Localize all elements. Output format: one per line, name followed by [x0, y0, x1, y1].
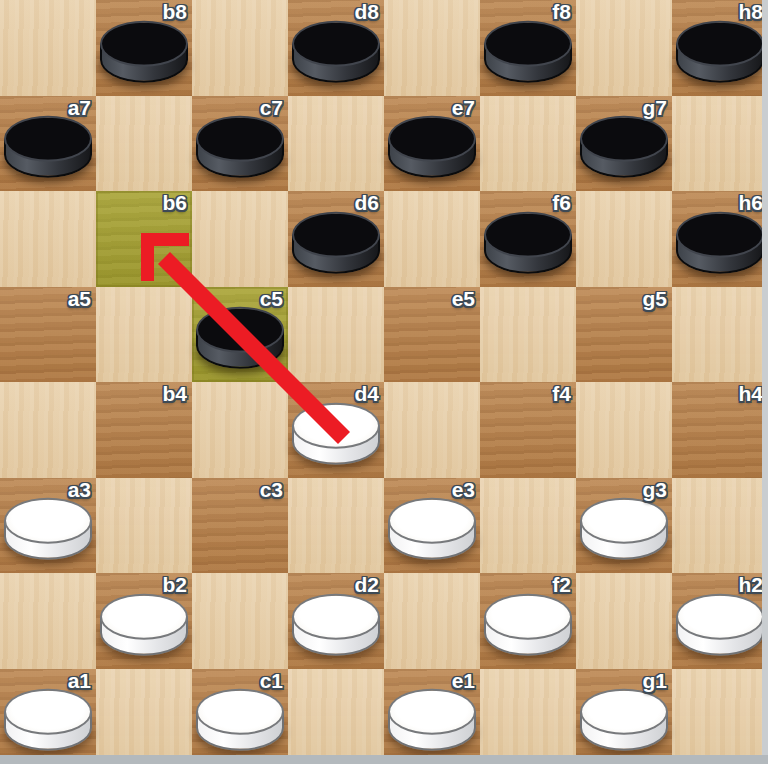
- piece-top: [292, 593, 380, 639]
- square-label-h4: h4: [738, 382, 763, 406]
- square-b1[interactable]: [96, 669, 192, 764]
- white-piece-g3[interactable]: [580, 498, 668, 560]
- black-piece-h6[interactable]: [676, 211, 764, 273]
- white-piece-e1[interactable]: [388, 689, 476, 751]
- square-f2[interactable]: f2: [480, 573, 576, 669]
- black-piece-b8[interactable]: [100, 20, 188, 82]
- square-a3[interactable]: a3: [0, 478, 96, 574]
- square-b4[interactable]: b4: [96, 382, 192, 478]
- square-label-c3: c3: [260, 478, 283, 502]
- square-b8[interactable]: b8: [96, 0, 192, 96]
- square-a8[interactable]: [0, 0, 96, 96]
- square-h7[interactable]: [672, 96, 768, 192]
- square-e5[interactable]: e5: [384, 287, 480, 383]
- piece-top: [292, 402, 380, 448]
- square-d5[interactable]: [288, 287, 384, 383]
- square-g3[interactable]: g3: [576, 478, 672, 574]
- square-c6[interactable]: [192, 191, 288, 287]
- black-piece-g7[interactable]: [580, 116, 668, 178]
- black-piece-e7[interactable]: [388, 116, 476, 178]
- square-e1[interactable]: e1: [384, 669, 480, 764]
- square-c5[interactable]: c5: [192, 287, 288, 383]
- square-a1[interactable]: a1: [0, 669, 96, 764]
- square-g4[interactable]: [576, 382, 672, 478]
- piece-top: [4, 689, 92, 735]
- square-e8[interactable]: [384, 0, 480, 96]
- square-d7[interactable]: [288, 96, 384, 192]
- square-label-b4: b4: [162, 382, 187, 406]
- checkers-board: b8d8f8h8a7c7e7g7b6d6f6h6a5c5e5g5b4d4f4h4…: [0, 0, 768, 764]
- square-h8[interactable]: h8: [672, 0, 768, 96]
- square-label-g5: g5: [642, 287, 667, 311]
- square-c1[interactable]: c1: [192, 669, 288, 764]
- square-f8[interactable]: f8: [480, 0, 576, 96]
- black-piece-f8[interactable]: [484, 20, 572, 82]
- white-piece-a3[interactable]: [4, 498, 92, 560]
- square-d6[interactable]: d6: [288, 191, 384, 287]
- square-h3[interactable]: [672, 478, 768, 574]
- square-g6[interactable]: [576, 191, 672, 287]
- square-f5[interactable]: [480, 287, 576, 383]
- square-f7[interactable]: [480, 96, 576, 192]
- piece-top: [580, 689, 668, 735]
- piece-top: [388, 498, 476, 544]
- black-piece-f6[interactable]: [484, 211, 572, 273]
- white-piece-h2[interactable]: [676, 593, 764, 655]
- square-b2[interactable]: b2: [96, 573, 192, 669]
- square-a2[interactable]: [0, 573, 96, 669]
- square-h2[interactable]: h2: [672, 573, 768, 669]
- white-piece-c1[interactable]: [196, 689, 284, 751]
- square-d8[interactable]: d8: [288, 0, 384, 96]
- square-e6[interactable]: [384, 191, 480, 287]
- square-a6[interactable]: [0, 191, 96, 287]
- square-d1[interactable]: [288, 669, 384, 764]
- square-g8[interactable]: [576, 0, 672, 96]
- square-c7[interactable]: c7: [192, 96, 288, 192]
- square-g1[interactable]: g1: [576, 669, 672, 764]
- white-piece-e3[interactable]: [388, 498, 476, 560]
- square-f4[interactable]: f4: [480, 382, 576, 478]
- white-piece-a1[interactable]: [4, 689, 92, 751]
- white-piece-b2[interactable]: [100, 593, 188, 655]
- piece-top: [196, 116, 284, 162]
- square-e2[interactable]: [384, 573, 480, 669]
- square-label-e5: e5: [452, 287, 475, 311]
- black-piece-d6[interactable]: [292, 211, 380, 273]
- square-f3[interactable]: [480, 478, 576, 574]
- piece-top: [100, 593, 188, 639]
- square-f1[interactable]: [480, 669, 576, 764]
- square-label-b6: b6: [162, 191, 187, 215]
- black-piece-h8[interactable]: [676, 20, 764, 82]
- black-piece-d8[interactable]: [292, 20, 380, 82]
- square-c8[interactable]: [192, 0, 288, 96]
- piece-top: [580, 498, 668, 544]
- square-h4[interactable]: h4: [672, 382, 768, 478]
- square-b5[interactable]: [96, 287, 192, 383]
- square-b7[interactable]: [96, 96, 192, 192]
- piece-top: [484, 20, 572, 66]
- white-piece-g1[interactable]: [580, 689, 668, 751]
- bottom-edge-strip: [0, 755, 768, 764]
- piece-top: [196, 689, 284, 735]
- square-d4[interactable]: d4: [288, 382, 384, 478]
- square-a4[interactable]: [0, 382, 96, 478]
- piece-top: [580, 116, 668, 162]
- square-c3[interactable]: c3: [192, 478, 288, 574]
- piece-top: [292, 20, 380, 66]
- piece-top: [100, 20, 188, 66]
- square-h6[interactable]: h6: [672, 191, 768, 287]
- square-label-a5: a5: [68, 287, 91, 311]
- square-c2[interactable]: [192, 573, 288, 669]
- square-g7[interactable]: g7: [576, 96, 672, 192]
- piece-top: [484, 593, 572, 639]
- square-h5[interactable]: [672, 287, 768, 383]
- square-f6[interactable]: f6: [480, 191, 576, 287]
- checkers-app: b8d8f8h8a7c7e7g7b6d6f6h6a5c5e5g5b4d4f4h4…: [0, 0, 768, 764]
- square-a5[interactable]: a5: [0, 287, 96, 383]
- square-b3[interactable]: [96, 478, 192, 574]
- square-g2[interactable]: [576, 573, 672, 669]
- piece-top: [676, 20, 764, 66]
- square-d2[interactable]: d2: [288, 573, 384, 669]
- square-h1[interactable]: [672, 669, 768, 764]
- piece-top: [292, 211, 380, 257]
- piece-top: [484, 211, 572, 257]
- square-label-f4: f4: [552, 382, 571, 406]
- white-piece-f2[interactable]: [484, 593, 572, 655]
- square-d3[interactable]: [288, 478, 384, 574]
- black-piece-c7[interactable]: [196, 116, 284, 178]
- piece-top: [196, 307, 284, 353]
- square-g5[interactable]: g5: [576, 287, 672, 383]
- square-e4[interactable]: [384, 382, 480, 478]
- piece-top: [676, 211, 764, 257]
- piece-top: [4, 116, 92, 162]
- square-c4[interactable]: [192, 382, 288, 478]
- square-a7[interactable]: a7: [0, 96, 96, 192]
- right-edge-strip: [762, 0, 768, 764]
- square-b6[interactable]: b6: [96, 191, 192, 287]
- white-piece-d2[interactable]: [292, 593, 380, 655]
- black-piece-c5[interactable]: [196, 307, 284, 369]
- piece-top: [4, 498, 92, 544]
- white-piece-d4[interactable]: [292, 402, 380, 464]
- square-e7[interactable]: e7: [384, 96, 480, 192]
- square-e3[interactable]: e3: [384, 478, 480, 574]
- black-piece-a7[interactable]: [4, 116, 92, 178]
- piece-top: [676, 593, 764, 639]
- piece-top: [388, 689, 476, 735]
- piece-top: [388, 116, 476, 162]
